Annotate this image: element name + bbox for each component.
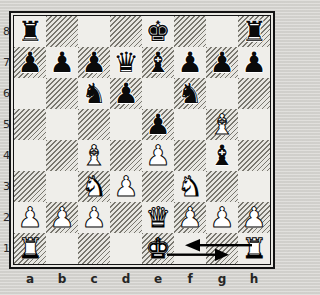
square-e8[interactable]: ♚ [142,16,174,47]
square-h7[interactable]: ♟ [238,47,270,78]
chess-board-frame: ♜♚♜♟♟♟♛♝♟♟♟♞♟♞♟♝♝♟♝♞♟♞♟♟♟♛♟♟♟♜♚♜ [14,16,270,264]
white-rook: ♜ [241,233,266,264]
black-pawn: ♟ [177,47,202,78]
black-pawn: ♟ [81,47,106,78]
square-h6[interactable] [238,78,270,109]
square-b5[interactable] [46,109,78,140]
square-b6[interactable] [46,78,78,109]
black-knight: ♞ [177,78,202,109]
square-d6[interactable]: ♟ [110,78,142,109]
square-d5[interactable] [110,109,142,140]
square-c8[interactable] [78,16,110,47]
square-f5[interactable] [174,109,206,140]
square-h2[interactable]: ♟ [238,202,270,233]
square-f1[interactable] [174,233,206,264]
square-e4[interactable]: ♟ [142,140,174,171]
white-rook: ♜ [17,233,42,264]
square-a6[interactable] [14,78,46,109]
rank-label-4: 4 [0,140,13,171]
square-d4[interactable] [110,140,142,171]
white-pawn: ♟ [241,202,266,233]
black-pawn: ♟ [49,47,74,78]
square-e5[interactable]: ♟ [142,109,174,140]
white-knight: ♞ [81,171,106,202]
square-a7[interactable]: ♟ [14,47,46,78]
black-pawn: ♟ [145,109,170,140]
square-f8[interactable] [174,16,206,47]
black-rook: ♜ [17,16,42,47]
black-pawn: ♟ [17,47,42,78]
square-d1[interactable] [110,233,142,264]
white-pawn: ♟ [81,202,106,233]
rank-label-8: 8 [0,16,13,47]
square-c3[interactable]: ♞ [78,171,110,202]
file-labels: abcdefgh [14,271,270,287]
square-f7[interactable]: ♟ [174,47,206,78]
square-c5[interactable] [78,109,110,140]
square-a3[interactable] [14,171,46,202]
square-c7[interactable]: ♟ [78,47,110,78]
square-a5[interactable] [14,109,46,140]
black-king: ♚ [145,16,170,47]
rank-label-5: 5 [0,109,13,140]
square-g5[interactable]: ♝ [206,109,238,140]
black-bishop: ♝ [145,47,170,78]
square-d2[interactable] [110,202,142,233]
square-g3[interactable] [206,171,238,202]
square-a8[interactable]: ♜ [14,16,46,47]
square-g2[interactable]: ♟ [206,202,238,233]
square-f2[interactable]: ♟ [174,202,206,233]
white-pawn: ♟ [113,171,138,202]
chess-board: ♜♚♜♟♟♟♛♝♟♟♟♞♟♞♟♝♝♟♝♞♟♞♟♟♟♛♟♟♟♜♚♜ [14,16,270,264]
chess-diagram-page: { "game": "chess", "position": { "fen": … [0,0,292,295]
white-bishop: ♝ [81,140,106,171]
black-pawn: ♟ [113,78,138,109]
file-label-c: c [78,271,110,287]
black-pawn: ♟ [209,47,234,78]
square-b2[interactable]: ♟ [46,202,78,233]
white-pawn: ♟ [49,202,74,233]
square-f6[interactable]: ♞ [174,78,206,109]
file-label-e: e [142,271,174,287]
square-e6[interactable] [142,78,174,109]
square-f3[interactable]: ♞ [174,171,206,202]
square-g1[interactable] [206,233,238,264]
square-g7[interactable]: ♟ [206,47,238,78]
square-g4[interactable]: ♝ [206,140,238,171]
square-h3[interactable] [238,171,270,202]
square-h1[interactable]: ♜ [238,233,270,264]
black-pawn: ♟ [241,47,266,78]
square-b3[interactable] [46,171,78,202]
file-label-a: a [14,271,46,287]
white-knight: ♞ [177,171,202,202]
file-label-g: g [206,271,238,287]
square-h5[interactable] [238,109,270,140]
rank-label-1: 1 [0,233,13,264]
square-a4[interactable] [14,140,46,171]
square-b8[interactable] [46,16,78,47]
white-pawn: ♟ [145,140,170,171]
white-queen: ♛ [145,202,170,233]
square-d8[interactable] [110,16,142,47]
square-a1[interactable]: ♜ [14,233,46,264]
square-e1[interactable]: ♚ [142,233,174,264]
white-bishop: ♝ [209,109,234,140]
rank-label-2: 2 [0,202,13,233]
square-h4[interactable] [238,140,270,171]
black-queen: ♛ [113,47,138,78]
file-label-b: b [46,271,78,287]
white-pawn: ♟ [209,202,234,233]
square-b4[interactable] [46,140,78,171]
black-knight: ♞ [81,78,106,109]
square-g6[interactable] [206,78,238,109]
square-c6[interactable]: ♞ [78,78,110,109]
rank-labels: 87654321 [0,16,13,264]
square-c2[interactable]: ♟ [78,202,110,233]
black-bishop: ♝ [209,140,234,171]
square-h8[interactable]: ♜ [238,16,270,47]
square-f4[interactable] [174,140,206,171]
square-c4[interactable]: ♝ [78,140,110,171]
square-d7[interactable]: ♛ [110,47,142,78]
rank-label-3: 3 [0,171,13,202]
square-e7[interactable]: ♝ [142,47,174,78]
white-pawn: ♟ [17,202,42,233]
file-label-d: d [110,271,142,287]
square-b7[interactable]: ♟ [46,47,78,78]
white-pawn: ♟ [177,202,202,233]
white-king: ♚ [145,233,170,264]
square-d3[interactable]: ♟ [110,171,142,202]
file-label-f: f [174,271,206,287]
square-a2[interactable]: ♟ [14,202,46,233]
square-e3[interactable] [142,171,174,202]
file-label-h: h [238,271,270,287]
square-e2[interactable]: ♛ [142,202,174,233]
square-b1[interactable] [46,233,78,264]
rank-label-6: 6 [0,78,13,109]
rank-label-7: 7 [0,47,13,78]
square-c1[interactable] [78,233,110,264]
square-g8[interactable] [206,16,238,47]
black-rook: ♜ [241,16,266,47]
